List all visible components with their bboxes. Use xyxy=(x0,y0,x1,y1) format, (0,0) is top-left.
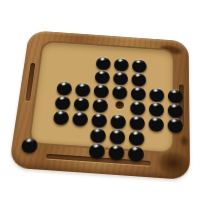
play-area: ●●●●●●●●●●●●●●●●●●●●●●●●●●●●●●●● xyxy=(28,40,175,154)
off-board-corner xyxy=(148,58,166,73)
off-board-corner xyxy=(69,124,90,141)
hole-r3c3[interactable] xyxy=(115,101,124,109)
holes-grid: ●●●●●●●●●●●●●●●●●●●●●●●●●●●●●●●● xyxy=(47,52,185,163)
black-marble-r4c1[interactable]: ● xyxy=(72,110,88,125)
black-marble-r6c2[interactable]: ● xyxy=(89,141,106,157)
off-board-corner xyxy=(165,146,185,163)
off-board-corner xyxy=(76,53,95,68)
solitaire-board: ●●●●●●●●●●●●●●●●●●●●●●●●●●●●●●●● ● xyxy=(9,30,191,180)
black-marble-r4c0[interactable]: ● xyxy=(53,108,70,123)
black-marble-r2c3[interactable]: ● xyxy=(112,84,128,98)
black-marble-r6c4[interactable]: ● xyxy=(128,144,144,160)
off-board-corner xyxy=(166,60,184,75)
off-board-corner xyxy=(146,129,166,146)
black-marble-r6c3[interactable]: ● xyxy=(108,143,124,159)
page: { "game": { "name": "Peg Solitaire", "va… xyxy=(0,0,210,210)
off-board-corner xyxy=(67,139,88,156)
off-board-corner xyxy=(166,131,185,148)
off-board-corner xyxy=(146,145,166,162)
black-marble-r4c6[interactable]: ● xyxy=(168,116,183,131)
spare-marble[interactable]: ● xyxy=(21,136,39,152)
board-photo: ●●●●●●●●●●●●●●●●●●●●●●●●●●●●●●●● ● xyxy=(9,6,202,180)
off-board-corner xyxy=(49,123,70,140)
black-marble-r4c5[interactable]: ● xyxy=(149,115,164,130)
off-board-corner xyxy=(47,138,68,155)
off-board-corner xyxy=(58,52,77,67)
